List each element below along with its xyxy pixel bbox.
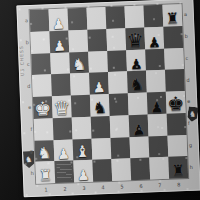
knight-logo-right: ♞ (187, 106, 199, 122)
brand-text: US CHESS (19, 45, 25, 76)
square-a4[interactable] (87, 7, 107, 29)
square-h6[interactable] (130, 158, 150, 180)
chess-board: US CHESS ♞ ♞ abcdefgh abcdefgh 12345678 … (16, 0, 200, 197)
square-b1[interactable] (30, 31, 50, 53)
square-d1[interactable] (32, 74, 52, 96)
white-king-e1[interactable]: ♚ (34, 99, 52, 119)
square-c3[interactable]: ♞ (69, 51, 89, 73)
square-e6[interactable] (128, 93, 148, 115)
white-queen-e2[interactable]: ♛ (53, 98, 71, 118)
label-right-h: h (187, 156, 200, 178)
square-g6[interactable] (130, 136, 150, 158)
square-d5[interactable] (108, 72, 128, 94)
knight-logo-icon: ♞ (25, 155, 32, 163)
square-a6[interactable] (124, 6, 144, 28)
square-f4[interactable] (91, 116, 111, 138)
square-h1[interactable]: ♜ (35, 161, 55, 183)
square-f6[interactable]: ♟ (129, 114, 149, 136)
white-knight-g1[interactable]: ♞ (37, 145, 52, 162)
square-a7[interactable] (143, 5, 163, 27)
white-pawn-g2[interactable]: ♟ (57, 147, 70, 161)
square-g7[interactable] (148, 135, 168, 157)
square-h8[interactable]: ♜ (168, 156, 188, 178)
square-e1[interactable]: ♚ (33, 96, 53, 118)
black-knight-e4[interactable]: ♞ (92, 100, 107, 117)
label-left-e: e (20, 97, 34, 119)
square-d2[interactable] (51, 74, 71, 96)
printed-watermark (57, 164, 73, 180)
square-b7[interactable]: ♟ (144, 27, 164, 49)
square-c1[interactable] (31, 53, 51, 75)
square-g4[interactable] (92, 137, 112, 159)
square-c4[interactable] (88, 51, 108, 73)
square-g1[interactable]: ♞ (35, 140, 55, 162)
square-c6[interactable]: ♟ (126, 49, 146, 71)
square-c2[interactable] (50, 52, 70, 74)
square-c7[interactable] (145, 48, 165, 70)
square-d8[interactable] (165, 69, 185, 91)
label-right-c: c (183, 47, 196, 69)
label-left-f: f (21, 119, 35, 141)
square-a2[interactable]: ♟ (49, 9, 69, 31)
white-bishop-g3[interactable]: ♝ (75, 144, 90, 161)
label-bottom-4: 4 (93, 181, 112, 195)
white-pawn-b2[interactable]: ♟ (53, 38, 66, 52)
white-knight-c3[interactable]: ♞ (72, 57, 87, 74)
square-b8[interactable] (163, 26, 183, 48)
square-f3[interactable] (72, 116, 92, 138)
square-a8[interactable]: ♜ (162, 4, 182, 26)
square-a1[interactable] (30, 9, 50, 31)
white-pawn-h3[interactable]: ♟ (77, 168, 90, 182)
label-bottom-7: 7 (150, 179, 169, 193)
square-d3[interactable] (70, 73, 90, 95)
square-c8[interactable] (164, 48, 184, 70)
square-h7[interactable] (149, 157, 169, 179)
knight-logo-icon: ♞ (189, 110, 197, 119)
square-e8[interactable]: ♚ (166, 91, 186, 113)
square-b4[interactable] (87, 29, 107, 51)
label-right-g: g (186, 134, 199, 156)
label-bottom-1: 1 (36, 183, 55, 197)
label-left-d: d (19, 75, 33, 97)
square-h4[interactable] (92, 159, 112, 181)
square-f8[interactable] (167, 113, 187, 135)
square-e4[interactable]: ♞ (90, 94, 110, 116)
label-right-b: b (182, 25, 195, 47)
square-f5[interactable] (110, 115, 130, 137)
label-left-a: a (17, 10, 31, 32)
label-bottom-8: 8 (169, 178, 188, 192)
black-queen-b6[interactable]: ♛ (126, 30, 144, 50)
square-g2[interactable]: ♟ (54, 139, 74, 161)
label-bottom-2: 2 (55, 182, 74, 196)
label-right-d: d (184, 69, 197, 91)
square-b2[interactable]: ♟ (49, 30, 69, 52)
photo-background: US CHESS ♞ ♞ abcdefgh abcdefgh 12345678 … (0, 0, 200, 200)
playing-area: ♟♜♟♛♟♞♟♟♞♚♛♞♟♚♟♞♟♝♜♟♜ (30, 4, 189, 184)
square-a5[interactable] (106, 6, 126, 28)
square-h2[interactable] (54, 161, 74, 183)
square-e3[interactable] (71, 95, 91, 117)
black-rook-a8[interactable]: ♜ (165, 11, 179, 27)
label-right-a: a (181, 4, 194, 26)
black-pawn-e7[interactable]: ♟ (150, 100, 163, 114)
label-bottom-6: 6 (131, 179, 150, 193)
square-h3[interactable]: ♟ (73, 160, 93, 182)
square-b5[interactable] (106, 28, 126, 50)
square-f1[interactable] (34, 118, 54, 140)
square-d6[interactable]: ♞ (127, 71, 147, 93)
black-knight-d6[interactable]: ♞ (130, 77, 145, 94)
black-rook-h8[interactable]: ♜ (171, 163, 185, 179)
white-rook-h1[interactable]: ♜ (38, 168, 52, 184)
square-f7[interactable] (148, 114, 168, 136)
label-bottom-5: 5 (112, 180, 131, 194)
black-pawn-c6[interactable]: ♟ (130, 57, 143, 71)
black-pawn-f6[interactable]: ♟ (132, 122, 145, 136)
knight-logo-left: ♞ (23, 151, 35, 168)
square-g8[interactable] (167, 135, 187, 157)
square-e2[interactable]: ♛ (52, 95, 72, 117)
square-d7[interactable] (146, 70, 166, 92)
square-e5[interactable] (109, 93, 129, 115)
white-pawn-d4[interactable]: ♟ (93, 80, 106, 94)
square-c5[interactable] (107, 50, 127, 72)
square-a3[interactable] (68, 8, 88, 30)
square-b3[interactable] (68, 30, 88, 52)
square-d4[interactable]: ♟ (89, 72, 109, 94)
square-g5[interactable] (111, 137, 131, 159)
black-king-e8[interactable]: ♚ (167, 94, 185, 114)
square-g3[interactable]: ♝ (73, 138, 93, 160)
label-bottom-3: 3 (74, 182, 93, 196)
square-h5[interactable] (111, 158, 131, 180)
square-b6[interactable]: ♛ (125, 27, 145, 49)
square-f2[interactable] (53, 117, 73, 139)
white-pawn-a2[interactable]: ♟ (52, 16, 65, 30)
black-pawn-b7[interactable]: ♟ (148, 34, 161, 48)
square-e7[interactable]: ♟ (147, 92, 167, 114)
